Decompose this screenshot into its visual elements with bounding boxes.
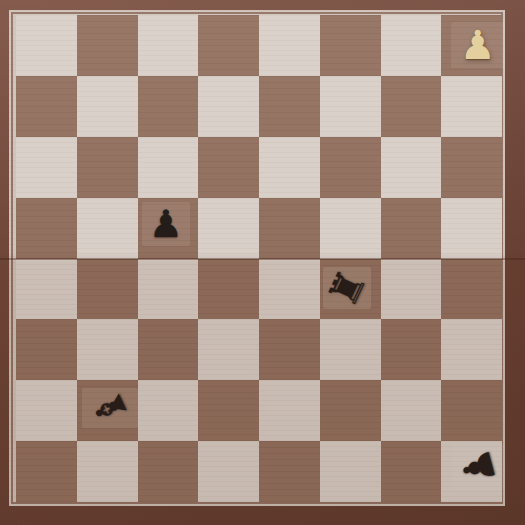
square-c8[interactable] xyxy=(138,15,199,76)
square-a7[interactable] xyxy=(16,76,77,137)
square-b7[interactable] xyxy=(77,76,138,137)
square-e5[interactable] xyxy=(259,198,320,259)
square-e3[interactable] xyxy=(259,319,320,380)
square-b8[interactable] xyxy=(77,15,138,76)
square-f7[interactable] xyxy=(320,76,381,137)
square-d7[interactable] xyxy=(198,76,259,137)
square-d5[interactable] xyxy=(198,198,259,259)
square-a3[interactable] xyxy=(16,319,77,380)
square-f5[interactable] xyxy=(320,198,381,259)
square-h2[interactable] xyxy=(441,380,502,441)
piece-black-pawn-c5[interactable]: ♟ xyxy=(149,205,183,243)
square-f1[interactable] xyxy=(320,441,381,502)
square-a2[interactable] xyxy=(16,380,77,441)
square-a8[interactable] xyxy=(16,15,77,76)
square-b4[interactable] xyxy=(77,259,138,320)
square-g1[interactable] xyxy=(381,441,442,502)
square-f3[interactable] xyxy=(320,319,381,380)
square-f8[interactable] xyxy=(320,15,381,76)
square-e6[interactable] xyxy=(259,137,320,198)
square-g7[interactable] xyxy=(381,76,442,137)
square-c4[interactable] xyxy=(138,259,199,320)
square-g3[interactable] xyxy=(381,319,442,380)
square-f2[interactable] xyxy=(320,380,381,441)
square-b3[interactable] xyxy=(77,319,138,380)
square-f6[interactable] xyxy=(320,137,381,198)
square-c7[interactable] xyxy=(138,76,199,137)
square-h3[interactable] xyxy=(441,319,502,380)
square-c1[interactable] xyxy=(138,441,199,502)
square-b6[interactable] xyxy=(77,137,138,198)
square-d6[interactable] xyxy=(198,137,259,198)
piece-white-pawn-h8[interactable]: ♟ xyxy=(460,25,496,65)
square-d8[interactable] xyxy=(198,15,259,76)
square-a1[interactable] xyxy=(16,441,77,502)
chessboard-photo: ♟♟♜♝♟ xyxy=(0,0,525,525)
square-a6[interactable] xyxy=(16,137,77,198)
chess-board[interactable] xyxy=(16,15,502,502)
square-g2[interactable] xyxy=(381,380,442,441)
square-d4[interactable] xyxy=(198,259,259,320)
square-h7[interactable] xyxy=(441,76,502,137)
square-e1[interactable] xyxy=(259,441,320,502)
square-a5[interactable] xyxy=(16,198,77,259)
square-e2[interactable] xyxy=(259,380,320,441)
square-e8[interactable] xyxy=(259,15,320,76)
square-d2[interactable] xyxy=(198,380,259,441)
square-e7[interactable] xyxy=(259,76,320,137)
square-d3[interactable] xyxy=(198,319,259,380)
square-g4[interactable] xyxy=(381,259,442,320)
square-d1[interactable] xyxy=(198,441,259,502)
square-h6[interactable] xyxy=(441,137,502,198)
square-b1[interactable] xyxy=(77,441,138,502)
square-e4[interactable] xyxy=(259,259,320,320)
square-h5[interactable] xyxy=(441,198,502,259)
square-b5[interactable] xyxy=(77,198,138,259)
square-a4[interactable] xyxy=(16,259,77,320)
square-c3[interactable] xyxy=(138,319,199,380)
square-h4[interactable] xyxy=(441,259,502,320)
square-g8[interactable] xyxy=(381,15,442,76)
square-c6[interactable] xyxy=(138,137,199,198)
square-c2[interactable] xyxy=(138,380,199,441)
square-g5[interactable] xyxy=(381,198,442,259)
square-g6[interactable] xyxy=(381,137,442,198)
